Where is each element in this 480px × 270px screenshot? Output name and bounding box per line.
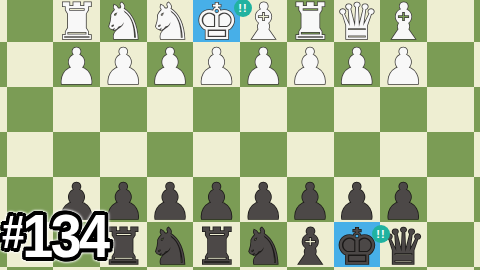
board-square-r2-c1[interactable] (7, 87, 54, 132)
episode-number: 134 (22, 201, 107, 270)
board-square-r1-c5[interactable]: ♟ (193, 42, 240, 87)
white-pawn: ♟ (381, 42, 426, 92)
board-square-r5-c10[interactable] (427, 222, 474, 267)
board-square-r4-c4[interactable]: ♟ (147, 177, 194, 222)
board-square-r0-c11[interactable] (474, 0, 480, 42)
white-pawn: ♟ (101, 42, 146, 92)
board-square-r3-c4[interactable] (147, 132, 194, 177)
board-square-r3-c7[interactable] (287, 132, 334, 177)
white-pawn: ♟ (288, 42, 333, 92)
board-square-r3-c11[interactable] (474, 132, 480, 177)
board-square-r3-c9[interactable] (380, 132, 427, 177)
board-square-r0-c10[interactable] (427, 0, 474, 42)
board-square-r3-c8[interactable] (334, 132, 381, 177)
board-square-r1-c3[interactable]: ♟ (100, 42, 147, 87)
board-square-r3-c5[interactable] (193, 132, 240, 177)
white-pawn: ♟ (334, 42, 379, 92)
board-square-r0-c1[interactable] (7, 0, 54, 42)
board-square-r5-c6[interactable]: ♞ (240, 222, 287, 267)
board-square-r1-c6[interactable]: ♟ (240, 42, 287, 87)
black-knight: ♞ (241, 222, 286, 270)
white-pawn: ♟ (54, 42, 99, 92)
black-pawn: ♟ (148, 177, 193, 227)
board-square-r2-c10[interactable] (427, 87, 474, 132)
board-square-r0-c2[interactable]: ♜ (53, 0, 100, 42)
board-square-r0-c7[interactable]: ♜ (287, 0, 334, 42)
board-square-r3-c6[interactable] (240, 132, 287, 177)
black-bishop: ♝ (288, 222, 333, 270)
white-rook: ♜ (54, 0, 99, 47)
board-square-r1-c1[interactable] (7, 42, 54, 87)
board-square-r2-c11[interactable] (474, 87, 480, 132)
white-king: ♚ (194, 0, 239, 47)
board-square-r4-c5[interactable]: ♟ (193, 177, 240, 222)
board-square-r0-c0[interactable] (0, 0, 7, 42)
board-square-r4-c6[interactable]: ♟ (240, 177, 287, 222)
episode-hash-sign: # (2, 206, 22, 258)
board-square-r2-c5[interactable] (193, 87, 240, 132)
board-viewport: ♜♞♞♚♝♜♛♝♟♟♟♟♟♟♟♟♟♟♟♟♟♟♟♟♜♞♜♞♝♚♛ !! !! #1… (0, 0, 480, 270)
board-square-r1-c11[interactable] (474, 42, 480, 87)
board-square-r5-c11[interactable] (474, 222, 480, 267)
board-square-r2-c6[interactable] (240, 87, 287, 132)
board-square-r3-c3[interactable] (100, 132, 147, 177)
board-square-r4-c9[interactable]: ♟ (380, 177, 427, 222)
board-square-r4-c10[interactable] (427, 177, 474, 222)
board-square-r3-c1[interactable] (7, 132, 54, 177)
board-square-r2-c2[interactable] (53, 87, 100, 132)
board-square-r1-c8[interactable]: ♟ (334, 42, 381, 87)
board-square-r5-c7[interactable]: ♝ (287, 222, 334, 267)
white-rook: ♜ (288, 0, 333, 47)
board-square-r2-c9[interactable] (380, 87, 427, 132)
board-square-r4-c8[interactable]: ♟ (334, 177, 381, 222)
board-square-r0-c4[interactable]: ♞ (147, 0, 194, 42)
white-pawn: ♟ (241, 42, 286, 92)
black-rook: ♜ (101, 222, 146, 270)
white-queen: ♛ (334, 0, 379, 47)
brilliant-move-badge-black-king: !! (372, 225, 390, 243)
white-knight: ♞ (148, 0, 193, 47)
board-square-r4-c7[interactable]: ♟ (287, 177, 334, 222)
board-square-r0-c8[interactable]: ♛ (334, 0, 381, 42)
board-square-r1-c10[interactable] (427, 42, 474, 87)
black-pawn: ♟ (381, 177, 426, 227)
white-pawn: ♟ (148, 42, 193, 92)
board-square-r5-c5[interactable]: ♜ (193, 222, 240, 267)
white-bishop: ♝ (381, 0, 426, 47)
board-square-r2-c0[interactable] (0, 87, 7, 132)
episode-number-overlay: #134 (2, 200, 107, 270)
black-knight: ♞ (148, 222, 193, 270)
board-square-r1-c9[interactable]: ♟ (380, 42, 427, 87)
black-rook: ♜ (194, 222, 239, 270)
board-square-r2-c8[interactable] (334, 87, 381, 132)
board-square-r1-c4[interactable]: ♟ (147, 42, 194, 87)
black-pawn: ♟ (288, 177, 333, 227)
board-square-r1-c2[interactable]: ♟ (53, 42, 100, 87)
board-square-r2-c7[interactable] (287, 87, 334, 132)
board-square-r0-c9[interactable]: ♝ (380, 0, 427, 42)
board-square-r1-c0[interactable] (0, 42, 7, 87)
board-square-r3-c2[interactable] (53, 132, 100, 177)
board-square-r2-c4[interactable] (147, 87, 194, 132)
black-pawn: ♟ (334, 177, 379, 227)
board-square-r3-c0[interactable] (0, 132, 7, 177)
board-square-r1-c7[interactable]: ♟ (287, 42, 334, 87)
board-square-r0-c3[interactable]: ♞ (100, 0, 147, 42)
board-square-r2-c3[interactable] (100, 87, 147, 132)
white-knight: ♞ (101, 0, 146, 47)
white-pawn: ♟ (194, 42, 239, 92)
board-square-r4-c11[interactable] (474, 177, 480, 222)
black-pawn: ♟ (241, 177, 286, 227)
board-square-r5-c4[interactable]: ♞ (147, 222, 194, 267)
board-square-r3-c10[interactable] (427, 132, 474, 177)
black-pawn: ♟ (101, 177, 146, 227)
black-pawn: ♟ (194, 177, 239, 227)
